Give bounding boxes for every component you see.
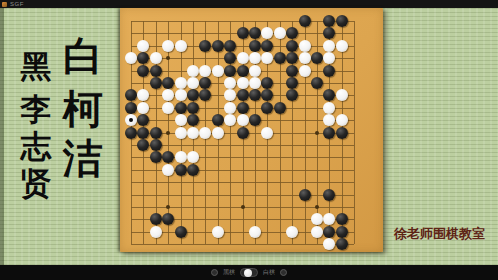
star-point [241,205,245,209]
black-stone [175,226,187,238]
black-stone [150,77,162,89]
white-stone [187,65,199,77]
black-stone [311,52,323,64]
white-side-label: 白 [63,32,103,81]
white-stone [175,127,187,139]
white-stone [323,102,335,114]
star-point [315,131,319,135]
black-stone [286,89,298,101]
black-stone [150,151,162,163]
black-stone [336,238,348,250]
white-stone [299,65,311,77]
black-stone [137,65,149,77]
white-stone [175,77,187,89]
black-stone [237,89,249,101]
black-stone [249,89,261,101]
black-stone [299,189,311,201]
toggle-knob-icon [244,269,252,277]
black-stone [323,15,335,27]
black-stone [187,164,199,176]
black-stone [175,102,187,114]
black-stone [125,127,137,139]
black-stone [150,65,162,77]
black-stone [336,213,348,225]
black-stone [286,65,298,77]
white-stone [311,226,323,238]
white-stone [224,102,236,114]
black-stone [323,27,335,39]
black-stone [336,226,348,238]
black-stone [162,77,174,89]
black-stone [212,114,224,126]
white-stone [237,114,249,126]
black-stone [274,52,286,64]
white-stone [187,77,199,89]
grid-line [354,21,355,244]
white-stone [261,52,273,64]
black-stone [187,102,199,114]
black-stone [199,89,211,101]
white-stone [224,114,236,126]
white-stone [249,52,261,64]
window-titlebar: SGF [0,0,498,8]
black-stone [286,40,298,52]
black-stone [323,226,335,238]
white-stone [299,40,311,52]
grid-line [131,182,354,183]
white-stone [162,102,174,114]
go-board[interactable] [120,8,383,252]
white-stone [162,40,174,52]
white-stone [311,213,323,225]
black-stone [175,164,187,176]
black-stone [323,189,335,201]
black-stone [237,102,249,114]
black-stone [137,127,149,139]
black-stone [237,65,249,77]
white-stone [175,151,187,163]
white-stone [199,127,211,139]
black-stone [286,27,298,39]
white-stone [150,226,162,238]
black-stone [125,102,137,114]
black-stone [187,114,199,126]
white-stone [336,40,348,52]
white-stone [187,151,199,163]
black-stone [274,102,286,114]
white-stone [199,65,211,77]
white-player-column: 白 柯 洁 [60,32,106,183]
white-stone [261,27,273,39]
black-stone [249,114,261,126]
black-name-char: 李 [21,91,52,128]
white-stone [261,127,273,139]
black-stone [237,127,249,139]
white-stone [249,77,261,89]
black-stone [162,213,174,225]
white-stone [336,89,348,101]
black-stone [224,40,236,52]
black-stone [336,127,348,139]
white-name-char: 柯 [63,85,103,134]
white-stone [137,102,149,114]
white-stone [137,89,149,101]
black-stone [323,89,335,101]
white-stone [323,52,335,64]
white-stone [212,226,224,238]
prev-move-button[interactable] [211,269,218,276]
black-stone [199,77,211,89]
black-stone [137,52,149,64]
white-stone [175,114,187,126]
next-move-button[interactable] [280,269,287,276]
black-stone [261,102,273,114]
white-stone [125,114,137,126]
white-stone [274,27,286,39]
black-stone [261,89,273,101]
black-stone [249,27,261,39]
white-stone [175,40,187,52]
black-stone [237,27,249,39]
black-stone [323,65,335,77]
color-toggle[interactable] [240,268,258,277]
white-stone [187,127,199,139]
white-stone [299,52,311,64]
star-point [166,131,170,135]
black-name-char: 贤 [21,165,52,202]
star-point [166,56,170,60]
black-stone [224,65,236,77]
black-stone [286,77,298,89]
black-stone [224,52,236,64]
grid-line [131,145,354,146]
white-stone [175,89,187,101]
black-stone [137,114,149,126]
white-stone [237,77,249,89]
black-stone [311,77,323,89]
white-stone [323,238,335,250]
black-stone [286,52,298,64]
white-stone [212,65,224,77]
black-stone [212,40,224,52]
black-stone [162,151,174,163]
black-stone [261,77,273,89]
white-stone [212,127,224,139]
white-stone [162,89,174,101]
white-stone [162,164,174,176]
black-name-char: 志 [21,128,52,165]
classroom-watermark: 徐老师围棋教室 [394,225,496,243]
star-point [315,205,319,209]
black-side-label: 黑 [21,48,52,85]
black-stone [249,40,261,52]
black-stone [261,40,273,52]
white-stone [323,40,335,52]
black-move-label: 黑棋 [223,269,235,276]
white-stone [249,65,261,77]
grid-line [131,244,354,245]
window-title: SGF [10,1,24,7]
black-stone [323,127,335,139]
white-stone [336,114,348,126]
black-stone [299,15,311,27]
white-stone [323,114,335,126]
white-move-label: 白棋 [263,269,275,276]
mat-left-shadow [0,8,4,265]
white-stone [286,226,298,238]
black-stone [150,139,162,151]
black-stone [150,127,162,139]
white-stone [249,226,261,238]
white-stone [150,52,162,64]
black-player-column: 黑 李 志 贤 [14,48,58,202]
black-stone [125,89,137,101]
app-icon [2,2,7,7]
white-stone [224,89,236,101]
control-bar: 黑棋 白棋 [0,265,498,280]
white-stone [323,213,335,225]
black-stone [199,40,211,52]
white-stone [237,52,249,64]
star-point [166,205,170,209]
black-stone [137,139,149,151]
white-stone [125,52,137,64]
black-stone [150,213,162,225]
white-name-char: 洁 [63,134,103,183]
white-stone [137,40,149,52]
black-stone [187,89,199,101]
white-stone [224,77,236,89]
black-stone [336,15,348,27]
grid-line [131,195,354,196]
last-move-marker [129,118,133,122]
